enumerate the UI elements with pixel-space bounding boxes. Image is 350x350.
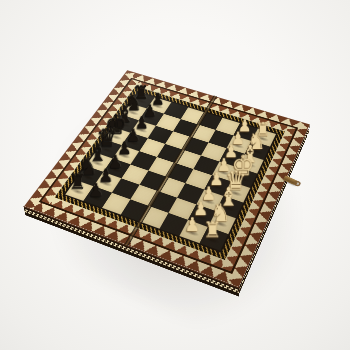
black-pawn[interactable]: ♟ <box>88 181 103 199</box>
white-rook[interactable]: ♜ <box>203 219 221 241</box>
scene: ♜♟♟♜♞♟♟♞♝♟♟♝♚♟♟♚♛♟♟♛♝♟♟♝♞♟♟♞♜♟♟♜ <box>0 0 350 350</box>
chess-board: ♜♟♟♜♞♟♟♞♝♟♟♝♚♟♟♚♛♟♟♛♝♟♟♝♞♟♟♞♜♟♟♜ <box>24 70 310 287</box>
black-rook[interactable]: ♜ <box>69 172 86 193</box>
white-pawn[interactable]: ♟ <box>184 215 200 234</box>
